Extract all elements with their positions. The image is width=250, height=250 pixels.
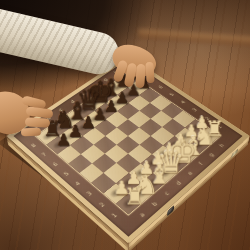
board-top-face: abcdefgh abcdefgh 87654321 87654321 ♜♞♝♛… <box>6 55 249 244</box>
file-label: c <box>163 190 171 197</box>
rank-label: 7 <box>41 152 48 158</box>
rank-label: 1 <box>110 212 118 219</box>
file-label: g <box>207 152 215 158</box>
chessboard: abcdefgh abcdefgh 87654321 87654321 ♜♞♝♛… <box>6 55 249 244</box>
file-label: d <box>175 180 183 187</box>
rank-label: 6 <box>157 85 163 90</box>
rank-label: 3 <box>86 191 94 197</box>
rank-label: 3 <box>192 108 199 113</box>
brass-hinge <box>231 148 238 157</box>
rank-label: 5 <box>168 92 175 97</box>
file-label: a <box>33 124 40 130</box>
file-label: f <box>198 161 205 166</box>
rank-label: 4 <box>74 181 81 187</box>
piece-white-rook[interactable]: ♜ <box>124 186 145 209</box>
rank-label: 5 <box>63 171 70 177</box>
file-label: a <box>138 212 147 219</box>
file-label: e <box>186 170 194 176</box>
file-label: h <box>218 143 226 149</box>
piece-black-pawn[interactable]: ♟ <box>56 133 71 150</box>
chessboard-scene: abcdefgh abcdefgh 87654321 87654321 ♜♞♝♛… <box>0 0 250 250</box>
rank-label: 4 <box>180 100 187 105</box>
rank-label: 6 <box>52 161 59 167</box>
rank-label: 8 <box>30 143 37 148</box>
board-border: abcdefgh abcdefgh 87654321 87654321 ♜♞♝♛… <box>13 59 242 236</box>
file-label: b <box>151 201 160 208</box>
rank-label: 2 <box>98 201 106 207</box>
square-f4[interactable] <box>139 119 162 136</box>
